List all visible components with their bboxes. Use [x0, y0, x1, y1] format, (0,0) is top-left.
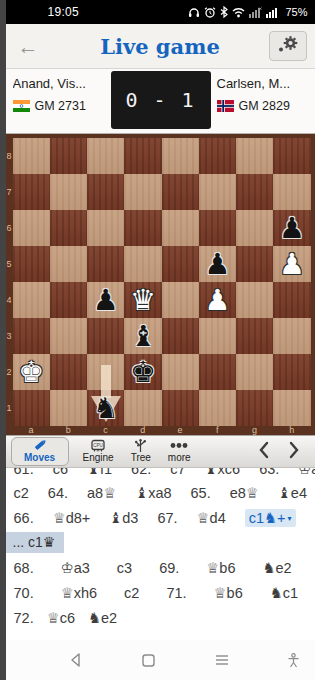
move-token[interactable]: 64. — [48, 485, 68, 501]
square-e7[interactable] — [162, 174, 199, 210]
square-h5[interactable]: ♟ — [273, 246, 310, 282]
square-d2[interactable]: ♚ — [124, 354, 161, 390]
square-b6[interactable] — [50, 210, 87, 246]
white-pawn-f4: ♟ — [204, 286, 230, 315]
tab-engine[interactable]: CPU Engine — [83, 439, 114, 464]
square-g5[interactable] — [236, 246, 273, 282]
black-knight-c1: ♞ — [93, 394, 119, 423]
black-king-d2: ♚ — [130, 358, 156, 387]
move-token[interactable]: ♕b6 — [206, 560, 235, 576]
move-list: 61.c6♝f162.c7♝xc663.♔a2c264.a8♕♝xa865.e8… — [6, 468, 315, 630]
variation-row: ... c1♛ — [6, 532, 315, 553]
square-g4[interactable] — [236, 282, 273, 318]
move-token[interactable]: 66. — [14, 510, 34, 526]
move-token[interactable]: c2 — [124, 585, 139, 601]
rank-label-5: 5 — [6, 259, 13, 269]
square-d1[interactable] — [124, 390, 161, 426]
square-h6[interactable]: ♟ — [273, 210, 310, 246]
file-label-h: h — [273, 425, 310, 435]
move-token[interactable]: 65. — [191, 485, 211, 501]
move-token[interactable]: 72. — [14, 610, 34, 626]
square-c8[interactable] — [87, 138, 124, 174]
move-row: 68.♔a3c369.♕b6♞e2 — [6, 555, 315, 580]
square-a8[interactable] — [13, 138, 50, 174]
square-h3[interactable] — [273, 318, 310, 354]
rank-label-7: 7 — [6, 187, 13, 197]
file-label-b: b — [50, 425, 87, 435]
square-g3[interactable] — [236, 318, 273, 354]
app-screen: 19:05 75% ← Live game — [6, 0, 315, 680]
rank-label-6: 6 — [6, 223, 13, 233]
square-e4[interactable] — [162, 282, 199, 318]
square-c4[interactable]: ♟ — [87, 282, 124, 318]
square-f6[interactable] — [199, 210, 236, 246]
square-f1[interactable] — [199, 390, 236, 426]
black-player-panel[interactable]: Carlsen, M... GM 2829 — [211, 69, 315, 133]
bottom-toolbar: Moves CPU Engine Tree — [6, 435, 315, 468]
move-token[interactable]: e8♕ — [230, 485, 259, 501]
square-e3[interactable] — [162, 318, 199, 354]
move-token[interactable]: ♝f1 — [87, 468, 112, 477]
white-player-panel[interactable]: Anand, Vis... GM 2731 — [6, 69, 111, 133]
move-token[interactable]: c7 — [170, 468, 185, 477]
square-d4[interactable]: ♛ — [124, 282, 161, 318]
white-queen-d4: ♛ — [130, 286, 156, 315]
move-token[interactable]: ♔a3 — [61, 560, 90, 576]
square-a4[interactable] — [13, 282, 50, 318]
square-h4[interactable] — [273, 282, 310, 318]
square-f3[interactable] — [199, 318, 236, 354]
gear-icon — [277, 34, 299, 58]
tree-icon — [133, 439, 148, 452]
players-bar: Anand, Vis... GM 2731 0 - 1 Carlsen, M..… — [6, 69, 315, 134]
black-player-rating: GM 2829 — [239, 99, 290, 113]
move-token[interactable]: 68. — [14, 560, 34, 576]
move-token[interactable]: c2 — [14, 485, 29, 501]
move-row: 61.c6♝f162.c7♝xc663.♔a2 — [6, 468, 315, 480]
back-arrow-icon[interactable]: ← — [18, 36, 39, 57]
square-f4[interactable]: ♟ — [199, 282, 236, 318]
black-pawn-f5: ♟ — [204, 250, 230, 279]
move-token[interactable]: ♕d4 — [197, 510, 226, 526]
square-h7[interactable] — [273, 174, 310, 210]
square-e2[interactable] — [162, 354, 199, 390]
tab-moves-label: Moves — [24, 452, 55, 464]
black-bishop-d3: ♝ — [130, 322, 156, 351]
square-e1[interactable] — [162, 390, 199, 426]
square-d7[interactable] — [124, 174, 161, 210]
square-f7[interactable] — [199, 174, 236, 210]
clock-time: 19:05 — [48, 5, 80, 19]
move-token[interactable]: 63. — [259, 468, 279, 477]
square-f5[interactable]: ♟ — [199, 246, 236, 282]
square-a1[interactable] — [13, 390, 50, 426]
tab-more-label: more — [168, 452, 191, 464]
square-c5[interactable] — [87, 246, 124, 282]
square-g6[interactable] — [236, 210, 273, 246]
square-b4[interactable] — [50, 282, 87, 318]
home-square-icon[interactable] — [141, 653, 156, 668]
file-label-d: d — [124, 425, 161, 435]
chess-board: ♟♟♟♟♛♟♝♚♚♞ 87654321abcdefgh — [6, 134, 315, 435]
white-player-name: Anand, Vis... — [13, 76, 111, 91]
move-token[interactable]: 71. — [166, 585, 186, 601]
square-g1[interactable] — [236, 390, 273, 426]
black-pawn-h6: ♟ — [279, 214, 305, 243]
file-label-e: e — [162, 425, 199, 435]
square-d8[interactable] — [124, 138, 161, 174]
square-c3[interactable] — [87, 318, 124, 354]
alarm-icon — [204, 7, 216, 18]
clipped-move-row: 61.c6♝f162.c7♝xc663.♔a2 — [6, 468, 315, 480]
move-token[interactable]: ♕c6 — [47, 610, 75, 626]
square-g7[interactable] — [236, 174, 273, 210]
recents-lines-icon[interactable] — [214, 653, 230, 667]
tab-tree-label: Tree — [131, 452, 151, 464]
square-b7[interactable] — [50, 174, 87, 210]
move-token[interactable]: ♕d8+ — [53, 510, 91, 526]
move-token[interactable]: ♕xh6 — [61, 585, 97, 601]
move-token[interactable]: 69. — [159, 560, 179, 576]
back-triangle-icon[interactable] — [68, 652, 84, 668]
svg-text:CPU: CPU — [93, 443, 103, 448]
file-label-g: g — [236, 425, 273, 435]
move-token[interactable]: c3 — [117, 560, 132, 576]
norway-flag-icon — [217, 100, 234, 112]
next-move-button[interactable] — [279, 441, 309, 463]
tab-engine-label: Engine — [83, 452, 114, 464]
square-h1[interactable] — [273, 390, 310, 426]
move-token[interactable]: ♕b6 — [214, 585, 243, 601]
move-row: 72.♕c6♞e2 — [6, 605, 315, 630]
square-e6[interactable] — [162, 210, 199, 246]
square-c6[interactable] — [87, 210, 124, 246]
pencil-icon — [32, 439, 47, 452]
square-a5[interactable] — [13, 246, 50, 282]
square-c7[interactable] — [87, 174, 124, 210]
move-token[interactable]: ♝xc6 — [205, 468, 241, 477]
move-token[interactable]: ♞c1 — [270, 585, 298, 601]
square-f2[interactable] — [199, 354, 236, 390]
move-token[interactable]: 70. — [14, 585, 34, 601]
move-token[interactable]: ♝e4 — [278, 485, 307, 501]
square-h2[interactable] — [273, 354, 310, 390]
square-a2[interactable]: ♚ — [13, 354, 50, 390]
white-player-rating: GM 2731 — [35, 99, 86, 113]
move-row: 70.♕xh6c271.♕b6♞c1 — [6, 580, 315, 605]
file-label-c: c — [87, 425, 124, 435]
accessibility-person-icon[interactable] — [287, 653, 300, 668]
square-h8[interactable] — [273, 138, 310, 174]
bluetooth-icon — [220, 6, 228, 18]
square-b2[interactable] — [50, 354, 87, 390]
move-row: c264.a8♕♝xa865.e8♕♝e4 — [6, 480, 315, 505]
square-d3[interactable]: ♝ — [124, 318, 161, 354]
move-token[interactable]: 62. — [131, 468, 151, 477]
rank-label-3: 3 — [6, 331, 13, 341]
square-d6[interactable] — [124, 210, 161, 246]
wifi-icon — [232, 7, 245, 18]
current-move[interactable]: c1♞+▾ — [245, 509, 296, 527]
white-king-a2: ♚ — [18, 358, 44, 387]
square-g8[interactable] — [236, 138, 273, 174]
square-d5[interactable] — [124, 246, 161, 282]
move-token[interactable]: a8♕ — [87, 485, 116, 501]
tab-tree[interactable]: Tree — [131, 439, 151, 464]
headset-icon — [188, 7, 200, 18]
move-token[interactable]: ♝d3 — [109, 510, 138, 526]
move-row: 66.♕d8+♝d367.♕d4c1♞+▾ — [6, 505, 315, 530]
variations-caret-icon: ▾ — [288, 514, 292, 523]
rank-label-2: 2 — [6, 367, 13, 377]
tab-moves[interactable]: Moves — [11, 437, 69, 466]
prev-move-button[interactable] — [249, 441, 279, 463]
rank-label-4: 4 — [6, 295, 13, 305]
square-f8[interactable] — [199, 138, 236, 174]
move-token[interactable]: ♔a2 — [298, 468, 314, 477]
square-e5[interactable] — [162, 246, 199, 282]
square-b5[interactable] — [50, 246, 87, 282]
square-a3[interactable] — [13, 318, 50, 354]
rank-label-1: 1 — [6, 403, 13, 413]
android-nav-bar — [6, 640, 315, 680]
move-token[interactable]: ♝xa8 — [135, 485, 171, 501]
dots-icon — [169, 439, 189, 452]
status-bar: 19:05 75% — [6, 0, 315, 24]
move-token[interactable]: 61. — [14, 468, 34, 477]
square-b8[interactable] — [50, 138, 87, 174]
move-token[interactable]: c6 — [53, 468, 68, 477]
file-label-a: a — [13, 425, 50, 435]
square-b1[interactable] — [50, 390, 87, 426]
variation-move[interactable]: ... c1♛ — [6, 532, 65, 553]
square-a6[interactable] — [13, 210, 50, 246]
white-pawn-h5: ♟ — [279, 250, 305, 279]
square-e8[interactable] — [162, 138, 199, 174]
square-g2[interactable] — [236, 354, 273, 390]
square-b3[interactable] — [50, 318, 87, 354]
tab-more[interactable]: more — [168, 439, 191, 464]
cpu-icon: CPU — [89, 439, 107, 452]
square-a7[interactable] — [13, 174, 50, 210]
black-pawn-c4: ♟ — [93, 286, 119, 315]
battery-percent: 75% — [285, 6, 307, 18]
move-token[interactable]: ♞e2 — [262, 560, 291, 576]
move-token[interactable]: 67. — [157, 510, 177, 526]
black-player-name: Carlsen, M... — [217, 76, 315, 91]
app-header: ← Live game — [6, 24, 315, 69]
rank-label-8: 8 — [6, 151, 13, 161]
move-token[interactable]: ♞e2 — [88, 610, 117, 626]
signal-x-icon — [249, 7, 262, 18]
settings-button[interactable] — [269, 31, 307, 61]
score-display: 0 - 1 — [111, 71, 211, 129]
signal-icon — [266, 7, 279, 18]
file-label-f: f — [199, 425, 236, 435]
india-flag-icon — [13, 100, 30, 112]
